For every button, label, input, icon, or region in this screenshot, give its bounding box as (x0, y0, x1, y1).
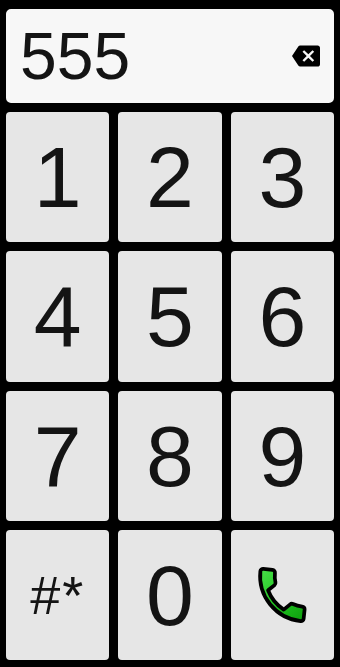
number-display[interactable]: 555 (4, 7, 336, 105)
dialed-number: 555 (20, 23, 290, 89)
key-hash-star[interactable]: #* (4, 528, 111, 662)
key-8[interactable]: 8 (116, 389, 223, 523)
key-6[interactable]: 6 (229, 249, 336, 383)
keypad: 1 2 3 4 5 6 7 8 9 #* 0 (4, 110, 336, 662)
key-9[interactable]: 9 (229, 389, 336, 523)
backspace-icon[interactable] (290, 42, 322, 70)
key-1[interactable]: 1 (4, 110, 111, 244)
key-0[interactable]: 0 (116, 528, 223, 662)
dialer-app: 555 1 2 3 4 5 6 7 8 9 #* 0 (0, 0, 340, 667)
key-4[interactable]: 4 (4, 249, 111, 383)
key-7[interactable]: 7 (4, 389, 111, 523)
key-5[interactable]: 5 (116, 249, 223, 383)
phone-icon (247, 560, 317, 630)
key-3[interactable]: 3 (229, 110, 336, 244)
key-2[interactable]: 2 (116, 110, 223, 244)
call-button[interactable] (229, 528, 336, 662)
